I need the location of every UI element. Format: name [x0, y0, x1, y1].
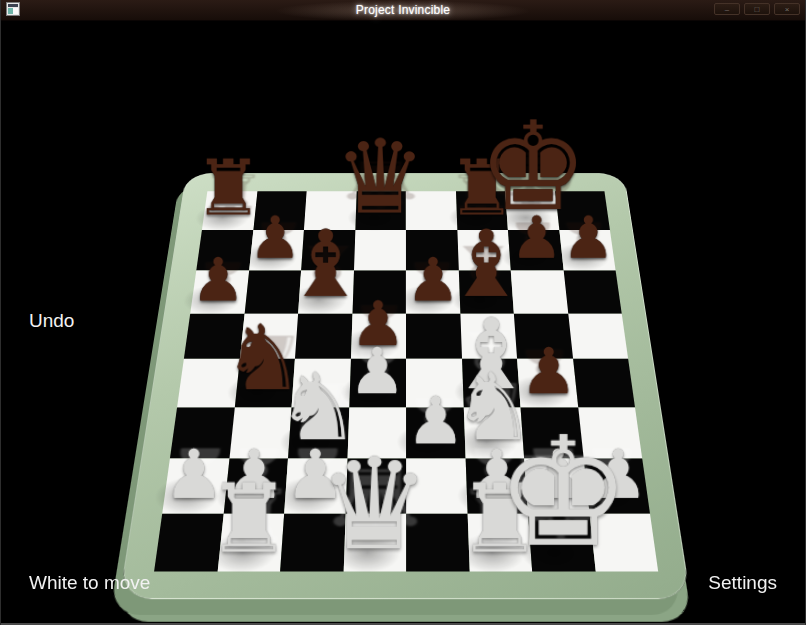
chess-board: ♜♜♛♛♜♜♚♚♟♟♟♟♟♟♟♟♝♝♟♟♝♝♟♟♞♞♟♟♝♝♟♟♞♞♟♟♞♞♟♟…	[154, 191, 658, 571]
close-button[interactable]: ×	[774, 3, 800, 15]
piece-white-king[interactable]: ♚	[495, 424, 631, 563]
piece-white-rook[interactable]: ♜	[207, 476, 292, 563]
title-bar: Project Invincible – □ ×	[1, 0, 805, 21]
window-controls: – □ ×	[714, 3, 800, 15]
square-h6[interactable]	[563, 270, 621, 313]
minimize-button[interactable]: –	[714, 3, 740, 15]
square-c6[interactable]: ♝♝	[298, 270, 353, 313]
undo-button[interactable]: Undo	[29, 310, 74, 332]
square-b1[interactable]: ♜♜	[217, 513, 284, 571]
square-g1[interactable]: ♚♚	[528, 513, 595, 571]
square-h4[interactable]	[573, 359, 635, 407]
board-platform: ♜♜♛♛♜♜♚♚♟♟♟♟♟♟♟♟♝♝♟♟♝♝♟♟♞♞♟♟♝♝♟♟♞♞♟♟♞♞♟♟…	[119, 173, 691, 599]
turn-status-label: White to move	[29, 572, 150, 594]
square-d1[interactable]: ♛♛	[343, 513, 406, 571]
piece-black-pawn[interactable]: ♟	[563, 211, 615, 265]
piece-white-queen[interactable]: ♛	[318, 447, 431, 563]
maximize-button[interactable]: □	[744, 3, 770, 15]
window-title: Project Invincible	[1, 3, 805, 17]
piece-black-pawn[interactable]: ♟	[191, 252, 245, 307]
square-h7[interactable]: ♟♟	[559, 230, 616, 271]
settings-button[interactable]: Settings	[708, 572, 777, 594]
